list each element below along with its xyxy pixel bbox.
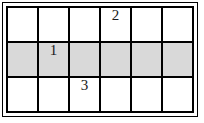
cell-r3-c3[interactable]: 3 bbox=[70, 78, 99, 111]
cell-r2-c3[interactable] bbox=[70, 43, 99, 76]
outer-frame: 2 1 3 bbox=[2, 2, 198, 117]
cell-r2-c1[interactable] bbox=[8, 43, 37, 76]
cell-r3-c4[interactable] bbox=[101, 78, 130, 111]
cell-r1-c1[interactable] bbox=[8, 8, 37, 41]
cell-r2-c5[interactable] bbox=[132, 43, 161, 76]
cell-r3-c5[interactable] bbox=[132, 78, 161, 111]
cell-r2-c2[interactable]: 1 bbox=[39, 43, 68, 76]
cell-r2-c4[interactable] bbox=[101, 43, 130, 76]
cell-r1-c4[interactable]: 2 bbox=[101, 8, 130, 41]
cell-r3-c2[interactable] bbox=[39, 78, 68, 111]
cell-r3-c1[interactable] bbox=[8, 78, 37, 111]
cell-r3-c6[interactable] bbox=[163, 78, 192, 111]
puzzle-grid: 2 1 3 bbox=[6, 6, 194, 113]
cell-r2-c6[interactable] bbox=[163, 43, 192, 76]
cell-r1-c5[interactable] bbox=[132, 8, 161, 41]
cell-r1-c6[interactable] bbox=[163, 8, 192, 41]
cell-r1-c3[interactable] bbox=[70, 8, 99, 41]
cell-r1-c2[interactable] bbox=[39, 8, 68, 41]
